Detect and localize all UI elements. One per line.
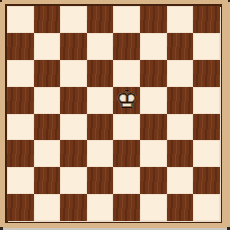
square-b2[interactable]	[34, 167, 61, 194]
corner-artifact-top-left	[0, 0, 2, 2]
square-g4[interactable]	[167, 114, 194, 141]
square-f5[interactable]	[140, 87, 167, 114]
square-f2[interactable]	[140, 167, 167, 194]
square-h4[interactable]	[193, 114, 220, 141]
square-h1[interactable]	[193, 194, 220, 221]
square-a7[interactable]	[7, 33, 34, 60]
square-h8[interactable]	[193, 6, 220, 33]
square-a1[interactable]	[7, 194, 34, 221]
square-d3[interactable]	[87, 140, 114, 167]
square-b7[interactable]	[34, 33, 61, 60]
square-d5[interactable]	[87, 87, 114, 114]
square-f3[interactable]	[140, 140, 167, 167]
square-h5[interactable]	[193, 87, 220, 114]
square-f1[interactable]	[140, 194, 167, 221]
square-e3[interactable]	[113, 140, 140, 167]
square-c2[interactable]	[60, 167, 87, 194]
square-b8[interactable]	[34, 6, 61, 33]
square-e2[interactable]	[113, 167, 140, 194]
square-d6[interactable]	[87, 60, 114, 87]
square-c4[interactable]	[60, 114, 87, 141]
board-frame: ♚♔	[5, 4, 222, 223]
corner-artifact-bottom-left	[0, 227, 3, 230]
square-c6[interactable]	[60, 60, 87, 87]
square-c5[interactable]	[60, 87, 87, 114]
square-c7[interactable]	[60, 33, 87, 60]
square-c8[interactable]	[60, 6, 87, 33]
square-a6[interactable]	[7, 60, 34, 87]
square-f4[interactable]	[140, 114, 167, 141]
square-e1[interactable]	[113, 194, 140, 221]
square-g2[interactable]	[167, 167, 194, 194]
square-a2[interactable]	[7, 167, 34, 194]
square-g7[interactable]	[167, 33, 194, 60]
square-h2[interactable]	[193, 167, 220, 194]
square-h6[interactable]	[193, 60, 220, 87]
square-a4[interactable]	[7, 114, 34, 141]
square-c1[interactable]	[60, 194, 87, 221]
square-f6[interactable]	[140, 60, 167, 87]
window-bottom-edge	[0, 228, 230, 230]
square-e4[interactable]	[113, 114, 140, 141]
square-e5[interactable]: ♚♔	[113, 87, 140, 114]
square-a3[interactable]	[7, 140, 34, 167]
chess-board: ♚♔	[7, 6, 220, 221]
square-g5[interactable]	[167, 87, 194, 114]
white-king[interactable]: ♚♔	[113, 86, 140, 113]
square-f8[interactable]	[140, 6, 167, 33]
square-h7[interactable]	[193, 33, 220, 60]
white-king-outline-glyph: ♔	[113, 86, 140, 113]
square-g8[interactable]	[167, 6, 194, 33]
square-g6[interactable]	[167, 60, 194, 87]
square-g1[interactable]	[167, 194, 194, 221]
square-g3[interactable]	[167, 140, 194, 167]
corner-artifact-bottom-right	[227, 227, 230, 230]
square-d4[interactable]	[87, 114, 114, 141]
square-b6[interactable]	[34, 60, 61, 87]
square-b3[interactable]	[34, 140, 61, 167]
square-d1[interactable]	[87, 194, 114, 221]
square-d8[interactable]	[87, 6, 114, 33]
square-h3[interactable]	[193, 140, 220, 167]
corner-artifact-top-right	[228, 0, 230, 2]
square-d7[interactable]	[87, 33, 114, 60]
square-b5[interactable]	[34, 87, 61, 114]
square-d2[interactable]	[87, 167, 114, 194]
square-e8[interactable]	[113, 6, 140, 33]
square-f7[interactable]	[140, 33, 167, 60]
square-a8[interactable]	[7, 6, 34, 33]
square-c3[interactable]	[60, 140, 87, 167]
square-b1[interactable]	[34, 194, 61, 221]
chessboard-window: ♚♔	[0, 0, 230, 230]
square-b4[interactable]	[34, 114, 61, 141]
square-e6[interactable]	[113, 60, 140, 87]
square-e7[interactable]	[113, 33, 140, 60]
square-a5[interactable]	[7, 87, 34, 114]
